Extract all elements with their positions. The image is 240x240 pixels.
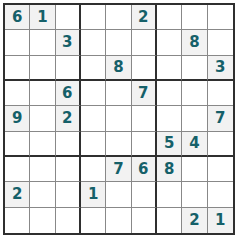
cell-r3c7[interactable] — [157, 56, 182, 81]
cell-r4c4[interactable] — [81, 81, 106, 106]
cell-r9c9: 1 — [208, 208, 233, 233]
cell-r3c4[interactable] — [81, 56, 106, 81]
cell-r4c5[interactable] — [106, 81, 131, 106]
cell-r4c1[interactable] — [5, 81, 30, 106]
cell-r7c4[interactable] — [81, 157, 106, 182]
cell-r6c8: 4 — [182, 132, 207, 157]
cell-r4c2[interactable] — [30, 81, 55, 106]
cell-r3c5: 8 — [106, 56, 131, 81]
cell-r9c7[interactable] — [157, 208, 182, 233]
cell-r8c3[interactable] — [56, 182, 81, 207]
cell-r8c9[interactable] — [208, 182, 233, 207]
cell-r5c7[interactable] — [157, 106, 182, 131]
cell-r3c9: 3 — [208, 56, 233, 81]
cell-r5c4[interactable] — [81, 106, 106, 131]
cell-r8c4: 1 — [81, 182, 106, 207]
cell-r9c5[interactable] — [106, 208, 131, 233]
cell-r1c9[interactable] — [208, 5, 233, 30]
cell-r1c2: 1 — [30, 5, 55, 30]
cell-r2c2[interactable] — [30, 30, 55, 55]
cell-r2c1[interactable] — [5, 30, 30, 55]
cell-r7c6: 6 — [132, 157, 157, 182]
cell-r1c6: 2 — [132, 5, 157, 30]
cell-r1c8[interactable] — [182, 5, 207, 30]
cell-r6c7: 5 — [157, 132, 182, 157]
cell-r9c1[interactable] — [5, 208, 30, 233]
cell-r6c5[interactable] — [106, 132, 131, 157]
cell-r2c7[interactable] — [157, 30, 182, 55]
cell-r6c4[interactable] — [81, 132, 106, 157]
cell-r5c9: 7 — [208, 106, 233, 131]
cell-r6c3[interactable] — [56, 132, 81, 157]
cell-r2c6[interactable] — [132, 30, 157, 55]
cell-r9c8: 2 — [182, 208, 207, 233]
cell-r8c7[interactable] — [157, 182, 182, 207]
cell-r4c7[interactable] — [157, 81, 182, 106]
cell-r8c1: 2 — [5, 182, 30, 207]
cell-r7c5: 7 — [106, 157, 131, 182]
cell-r1c3[interactable] — [56, 5, 81, 30]
cell-r4c8[interactable] — [182, 81, 207, 106]
cell-r2c8: 8 — [182, 30, 207, 55]
cell-r6c1[interactable] — [5, 132, 30, 157]
cell-r5c5[interactable] — [106, 106, 131, 131]
cell-r5c1: 9 — [5, 106, 30, 131]
cell-r7c1[interactable] — [5, 157, 30, 182]
page-root: { "game": "sudoku", "position": "61...2.… — [0, 0, 240, 240]
cell-r2c9[interactable] — [208, 30, 233, 55]
cell-r8c5[interactable] — [106, 182, 131, 207]
cell-r2c4[interactable] — [81, 30, 106, 55]
cell-r8c8[interactable] — [182, 182, 207, 207]
cell-r5c3: 2 — [56, 106, 81, 131]
cell-r6c6[interactable] — [132, 132, 157, 157]
cell-r5c8[interactable] — [182, 106, 207, 131]
cell-r1c4[interactable] — [81, 5, 106, 30]
cell-r1c5[interactable] — [106, 5, 131, 30]
cell-r5c6[interactable] — [132, 106, 157, 131]
cell-r3c2[interactable] — [30, 56, 55, 81]
cell-r9c3[interactable] — [56, 208, 81, 233]
cell-r7c7: 8 — [157, 157, 182, 182]
cell-r8c6[interactable] — [132, 182, 157, 207]
cell-r4c9[interactable] — [208, 81, 233, 106]
cell-r6c2[interactable] — [30, 132, 55, 157]
cell-r9c2[interactable] — [30, 208, 55, 233]
cell-r2c5[interactable] — [106, 30, 131, 55]
cell-r6c9[interactable] — [208, 132, 233, 157]
cell-r4c3: 6 — [56, 81, 81, 106]
cell-r5c2[interactable] — [30, 106, 55, 131]
cell-r8c2[interactable] — [30, 182, 55, 207]
cell-r1c7[interactable] — [157, 5, 182, 30]
cell-r4c6: 7 — [132, 81, 157, 106]
cell-r9c6[interactable] — [132, 208, 157, 233]
cell-r7c2[interactable] — [30, 157, 55, 182]
cell-r3c8[interactable] — [182, 56, 207, 81]
cell-r2c3: 3 — [56, 30, 81, 55]
cell-r3c1[interactable] — [5, 56, 30, 81]
sudoku-board: 612388367927547682121 — [3, 3, 235, 235]
cell-r3c6[interactable] — [132, 56, 157, 81]
cell-r1c1: 6 — [5, 5, 30, 30]
cell-r7c9[interactable] — [208, 157, 233, 182]
cell-r7c3[interactable] — [56, 157, 81, 182]
cell-r7c8[interactable] — [182, 157, 207, 182]
cell-r9c4[interactable] — [81, 208, 106, 233]
cell-r3c3[interactable] — [56, 56, 81, 81]
